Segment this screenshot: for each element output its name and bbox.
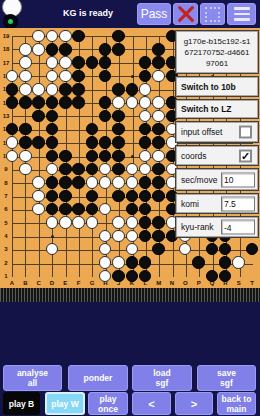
intersection-C9[interactable]: [32, 163, 45, 176]
intersection-B3[interactable]: [19, 243, 32, 256]
intersection-A4[interactable]: [5, 229, 18, 242]
intersection-L6[interactable]: [139, 203, 152, 216]
intersection-G8[interactable]: [85, 176, 98, 189]
intersection-K15[interactable]: [125, 83, 138, 96]
intersection-A5[interactable]: [5, 216, 18, 229]
intersection-M8[interactable]: [152, 176, 165, 189]
intersection-K10[interactable]: [125, 149, 138, 162]
intersection-H16[interactable]: [99, 69, 112, 82]
intersection-H2[interactable]: [99, 256, 112, 269]
intersection-D9[interactable]: [45, 163, 58, 176]
intersection-B12[interactable]: [19, 123, 32, 136]
intersection-L2[interactable]: [139, 256, 152, 269]
intersection-B15[interactable]: [19, 83, 32, 96]
intersection-C3[interactable]: [32, 243, 45, 256]
intersection-L19[interactable]: [139, 29, 152, 42]
white-stone: [46, 216, 58, 228]
intersection-H8[interactable]: [99, 176, 112, 189]
intersection-M12[interactable]: [152, 123, 165, 136]
intersection-G15[interactable]: [85, 83, 98, 96]
intersection-J1[interactable]: [112, 269, 125, 282]
intersection-G10[interactable]: [85, 149, 98, 162]
intersection-B4[interactable]: [19, 229, 32, 242]
marquee-dotted-square-icon: [205, 7, 220, 22]
intersection-J14[interactable]: [112, 96, 125, 109]
white-stone: [19, 163, 31, 175]
intersection-E11[interactable]: [59, 136, 72, 149]
intersection-F12[interactable]: [72, 123, 85, 136]
intersection-K17[interactable]: [125, 56, 138, 69]
intersection-L17[interactable]: [139, 56, 152, 69]
intersection-F15[interactable]: [72, 83, 85, 96]
intersection-D10[interactable]: [45, 149, 58, 162]
intersection-C5[interactable]: [32, 216, 45, 229]
intersection-E4[interactable]: [59, 229, 72, 242]
intersection-H15[interactable]: [99, 83, 112, 96]
intersection-M5[interactable]: [152, 216, 165, 229]
intersection-K2[interactable]: [125, 256, 138, 269]
intersection-J17[interactable]: [112, 56, 125, 69]
intersection-L13[interactable]: [139, 109, 152, 122]
intersection-A1[interactable]: [5, 269, 18, 282]
intersection-C12[interactable]: [32, 123, 45, 136]
intersection-C15[interactable]: [32, 83, 45, 96]
intersection-E13[interactable]: [59, 109, 72, 122]
intersection-M10[interactable]: [152, 149, 165, 162]
intersection-N3[interactable]: [165, 243, 178, 256]
intersection-M16[interactable]: [152, 69, 165, 82]
intersection-B1[interactable]: [19, 269, 32, 282]
black-stone: [59, 203, 71, 215]
intersection-K16[interactable]: [125, 69, 138, 82]
black-stone: [72, 96, 84, 108]
intersection-L15[interactable]: [139, 83, 152, 96]
intersection-F14[interactable]: [72, 96, 85, 109]
clear-board-button[interactable]: [173, 3, 198, 25]
intersection-J10[interactable]: [112, 149, 125, 162]
intersection-F8[interactable]: [72, 176, 85, 189]
intersection-D1[interactable]: [45, 269, 58, 282]
white-stone: [152, 150, 164, 162]
intersection-E19[interactable]: [59, 29, 72, 42]
black-stone: [139, 230, 151, 242]
intersection-A15[interactable]: [5, 83, 18, 96]
intersection-A19[interactable]: [5, 29, 18, 42]
intersection-Q2[interactable]: [205, 256, 218, 269]
intersection-J2[interactable]: [112, 256, 125, 269]
intersection-D7[interactable]: [45, 189, 58, 202]
intersection-D12[interactable]: [45, 123, 58, 136]
intersection-A13[interactable]: [5, 109, 18, 122]
intersection-M1[interactable]: [152, 269, 165, 282]
intersection-K3[interactable]: [125, 243, 138, 256]
intersection-F4[interactable]: [72, 229, 85, 242]
select-region-button[interactable]: [200, 3, 225, 25]
intersection-F2[interactable]: [72, 256, 85, 269]
sec-move-label: sec/move: [181, 175, 217, 185]
intersection-B14[interactable]: [19, 96, 32, 109]
intersection-E10[interactable]: [59, 149, 72, 162]
intersection-G14[interactable]: [85, 96, 98, 109]
intersection-M19[interactable]: [152, 29, 165, 42]
intersection-B11[interactable]: [19, 136, 32, 149]
intersection-J11[interactable]: [112, 136, 125, 149]
intersection-H13[interactable]: [99, 109, 112, 122]
save-sgf-button[interactable]: save sgf: [197, 365, 256, 391]
intersection-L3[interactable]: [139, 243, 152, 256]
intersection-K9[interactable]: [125, 163, 138, 176]
intersection-S3[interactable]: [232, 243, 245, 256]
intersection-M6[interactable]: [152, 203, 165, 216]
intersection-H7[interactable]: [99, 189, 112, 202]
intersection-B5[interactable]: [19, 216, 32, 229]
intersection-M15[interactable]: [152, 83, 165, 96]
intersection-C4[interactable]: [32, 229, 45, 242]
intersection-J16[interactable]: [112, 69, 125, 82]
coords-label: coords: [181, 151, 207, 161]
intersection-O3[interactable]: [179, 243, 192, 256]
intersection-E3[interactable]: [59, 243, 72, 256]
intersection-A12[interactable]: [5, 123, 18, 136]
intersection-K12[interactable]: [125, 123, 138, 136]
black-stone: [46, 203, 58, 215]
intersection-E15[interactable]: [59, 83, 72, 96]
intersection-G7[interactable]: [85, 189, 98, 202]
intersection-A11[interactable]: [5, 136, 18, 149]
intersection-B13[interactable]: [19, 109, 32, 122]
komi-input[interactable]: [221, 196, 255, 211]
coords-checkbox[interactable]: ✓: [239, 149, 252, 162]
intersection-K4[interactable]: [125, 229, 138, 242]
intersection-N2[interactable]: [165, 256, 178, 269]
intersection-E8[interactable]: [59, 176, 72, 189]
intersection-J8[interactable]: [112, 176, 125, 189]
intersection-J15[interactable]: [112, 83, 125, 96]
back-to-main-button[interactable]: back to main: [217, 392, 256, 415]
intersection-L7[interactable]: [139, 189, 152, 202]
intersection-E6[interactable]: [59, 203, 72, 216]
black-stone: [99, 43, 111, 55]
intersection-G3[interactable]: [85, 243, 98, 256]
intersection-J5[interactable]: [112, 216, 125, 229]
black-stone: [6, 123, 18, 135]
intersection-C17[interactable]: [32, 56, 45, 69]
intersection-C10[interactable]: [32, 149, 45, 162]
intersection-H17[interactable]: [99, 56, 112, 69]
intersection-F3[interactable]: [72, 243, 85, 256]
intersection-A7[interactable]: [5, 189, 18, 202]
intersection-A2[interactable]: [5, 256, 18, 269]
intersection-J9[interactable]: [112, 163, 125, 176]
intersection-A14[interactable]: [5, 96, 18, 109]
intersection-C14[interactable]: [32, 96, 45, 109]
intersection-B18[interactable]: [19, 43, 32, 56]
intersection-K8[interactable]: [125, 176, 138, 189]
intersection-H19[interactable]: [99, 29, 112, 42]
intersection-K19[interactable]: [125, 29, 138, 42]
intersection-L14[interactable]: [139, 96, 152, 109]
intersection-M3[interactable]: [152, 243, 165, 256]
intersection-K14[interactable]: [125, 96, 138, 109]
intersection-H4[interactable]: [99, 229, 112, 242]
intersection-S2[interactable]: [232, 256, 245, 269]
intersection-E12[interactable]: [59, 123, 72, 136]
intersection-D18[interactable]: [45, 43, 58, 56]
intersection-Q3[interactable]: [205, 243, 218, 256]
black-stone: [152, 190, 164, 202]
black-stone: [219, 243, 231, 255]
intersection-F19[interactable]: [72, 29, 85, 42]
intersection-E16[interactable]: [59, 69, 72, 82]
intersection-A17[interactable]: [5, 56, 18, 69]
white-stone: [99, 203, 111, 215]
intersection-E14[interactable]: [59, 96, 72, 109]
intersection-C11[interactable]: [32, 136, 45, 149]
intersection-D4[interactable]: [45, 229, 58, 242]
intersection-M9[interactable]: [152, 163, 165, 176]
intersection-D14[interactable]: [45, 96, 58, 109]
intersection-A10[interactable]: [5, 149, 18, 162]
intersection-F7[interactable]: [72, 189, 85, 202]
intersection-G9[interactable]: [85, 163, 98, 176]
switch-to-lz-button[interactable]: Switch to LZ: [175, 99, 259, 119]
analyse-all-button[interactable]: analyse all: [3, 365, 62, 391]
intersection-H6[interactable]: [99, 203, 112, 216]
intersection-G13[interactable]: [85, 109, 98, 122]
intersection-P3[interactable]: [192, 243, 205, 256]
white-stone: [59, 70, 71, 82]
previous-move-button[interactable]: <: [132, 392, 171, 415]
intersection-K6[interactable]: [125, 203, 138, 216]
intersection-F11[interactable]: [72, 136, 85, 149]
intersection-D6[interactable]: [45, 203, 58, 216]
intersection-M13[interactable]: [152, 109, 165, 122]
intersection-D11[interactable]: [45, 136, 58, 149]
intersection-L9[interactable]: [139, 163, 152, 176]
intersection-F9[interactable]: [72, 163, 85, 176]
intersection-D8[interactable]: [45, 176, 58, 189]
intersection-E1[interactable]: [59, 269, 72, 282]
intersection-C18[interactable]: [32, 43, 45, 56]
intersection-G18[interactable]: [85, 43, 98, 56]
switch-to-10b-button[interactable]: Switch to 10b: [175, 76, 259, 97]
intersection-G4[interactable]: [85, 229, 98, 242]
intersection-K13[interactable]: [125, 109, 138, 122]
intersection-F1[interactable]: [72, 269, 85, 282]
red-x-icon: [177, 5, 195, 23]
ponder-button[interactable]: ponder: [68, 365, 128, 391]
input-offset-checkbox[interactable]: [239, 126, 252, 139]
white-stone: [126, 243, 138, 255]
intersection-G5[interactable]: [85, 216, 98, 229]
black-stone: [19, 136, 31, 148]
white-stone: [32, 83, 44, 95]
intersection-M11[interactable]: [152, 136, 165, 149]
sec-move-row: sec/move: [175, 168, 259, 191]
input-offset-row: input offset: [175, 121, 259, 143]
intersection-J6[interactable]: [112, 203, 125, 216]
intersection-E18[interactable]: [59, 43, 72, 56]
intersection-L12[interactable]: [139, 123, 152, 136]
intersection-K11[interactable]: [125, 136, 138, 149]
intersection-A16[interactable]: [5, 69, 18, 82]
black-stone: [152, 230, 164, 242]
intersection-K1[interactable]: [125, 269, 138, 282]
intersection-H1[interactable]: [99, 269, 112, 282]
menu-button[interactable]: [227, 3, 256, 25]
white-stone: [19, 56, 31, 68]
intersection-G11[interactable]: [85, 136, 98, 149]
intersection-B16[interactable]: [19, 69, 32, 82]
intersection-F10[interactable]: [72, 149, 85, 162]
intersection-H5[interactable]: [99, 216, 112, 229]
intersection-C19[interactable]: [32, 29, 45, 42]
intersection-B2[interactable]: [19, 256, 32, 269]
black-stone: [86, 150, 98, 162]
white-stone: [19, 83, 31, 95]
intersection-Q1[interactable]: [205, 269, 218, 282]
intersection-H18[interactable]: [99, 43, 112, 56]
intersection-E9[interactable]: [59, 163, 72, 176]
intersection-D2[interactable]: [45, 256, 58, 269]
play-black-button[interactable]: play B: [3, 392, 40, 415]
intersection-B19[interactable]: [19, 29, 32, 42]
intersection-O1[interactable]: [179, 269, 192, 282]
intersection-P2[interactable]: [192, 256, 205, 269]
intersection-M14[interactable]: [152, 96, 165, 109]
intersection-A9[interactable]: [5, 163, 18, 176]
intersection-D5[interactable]: [45, 216, 58, 229]
intersection-L5[interactable]: [139, 216, 152, 229]
intersection-C6[interactable]: [32, 203, 45, 216]
intersection-L1[interactable]: [139, 269, 152, 282]
intersection-F5[interactable]: [72, 216, 85, 229]
intersection-E2[interactable]: [59, 256, 72, 269]
intersection-A6[interactable]: [5, 203, 18, 216]
intersection-G2[interactable]: [85, 256, 98, 269]
intersection-T2[interactable]: [245, 256, 258, 269]
intersection-G19[interactable]: [85, 29, 98, 42]
intersection-E7[interactable]: [59, 189, 72, 202]
intersection-L10[interactable]: [139, 149, 152, 162]
intersection-B8[interactable]: [19, 176, 32, 189]
white-stone: [126, 96, 138, 108]
intersection-B9[interactable]: [19, 163, 32, 176]
intersection-H12[interactable]: [99, 123, 112, 136]
intersection-D15[interactable]: [45, 83, 58, 96]
intersection-P1[interactable]: [192, 269, 205, 282]
intersection-H11[interactable]: [99, 136, 112, 149]
intersection-J19[interactable]: [112, 29, 125, 42]
intersection-O2[interactable]: [179, 256, 192, 269]
intersection-M2[interactable]: [152, 256, 165, 269]
kyu-rank-input[interactable]: [221, 220, 255, 235]
intersection-T1[interactable]: [245, 269, 258, 282]
intersection-J7[interactable]: [112, 189, 125, 202]
intersection-B10[interactable]: [19, 149, 32, 162]
intersection-H3[interactable]: [99, 243, 112, 256]
intersection-J3[interactable]: [112, 243, 125, 256]
intersection-C8[interactable]: [32, 176, 45, 189]
intersection-C1[interactable]: [32, 269, 45, 282]
intersection-J4[interactable]: [112, 229, 125, 242]
intersection-J13[interactable]: [112, 109, 125, 122]
intersection-C7[interactable]: [32, 189, 45, 202]
intersection-D13[interactable]: [45, 109, 58, 122]
intersection-M17[interactable]: [152, 56, 165, 69]
intersection-C16[interactable]: [32, 69, 45, 82]
intersection-G1[interactable]: [85, 269, 98, 282]
intersection-E17[interactable]: [59, 56, 72, 69]
intersection-H9[interactable]: [99, 163, 112, 176]
intersection-A18[interactable]: [5, 43, 18, 56]
intersection-G12[interactable]: [85, 123, 98, 136]
intersection-F6[interactable]: [72, 203, 85, 216]
intersection-B6[interactable]: [19, 203, 32, 216]
intersection-F17[interactable]: [72, 56, 85, 69]
intersection-H14[interactable]: [99, 96, 112, 109]
intersection-D17[interactable]: [45, 56, 58, 69]
intersection-S1[interactable]: [232, 269, 245, 282]
intersection-R2[interactable]: [219, 256, 232, 269]
intersection-N1[interactable]: [165, 269, 178, 282]
intersection-B17[interactable]: [19, 56, 32, 69]
intersection-F13[interactable]: [72, 109, 85, 122]
intersection-C13[interactable]: [32, 109, 45, 122]
play-white-button-selected[interactable]: play W: [45, 392, 85, 415]
intersection-F16[interactable]: [72, 69, 85, 82]
intersection-G6[interactable]: [85, 203, 98, 216]
intersection-L16[interactable]: [139, 69, 152, 82]
intersection-K7[interactable]: [125, 189, 138, 202]
intersection-R3[interactable]: [219, 243, 232, 256]
load-sgf-button[interactable]: load sgf: [132, 365, 192, 391]
intersection-M7[interactable]: [152, 189, 165, 202]
intersection-E5[interactable]: [59, 216, 72, 229]
next-move-button[interactable]: >: [175, 392, 213, 415]
pass-button[interactable]: Pass: [137, 3, 171, 25]
intersection-L18[interactable]: [139, 43, 152, 56]
intersection-A8[interactable]: [5, 176, 18, 189]
intersection-H10[interactable]: [99, 149, 112, 162]
intersection-M18[interactable]: [152, 43, 165, 56]
intersection-G16[interactable]: [85, 69, 98, 82]
intersection-D16[interactable]: [45, 69, 58, 82]
intersection-F18[interactable]: [72, 43, 85, 56]
intersection-G17[interactable]: [85, 56, 98, 69]
white-stone: [46, 70, 58, 82]
intersection-K18[interactable]: [125, 43, 138, 56]
intersection-J12[interactable]: [112, 123, 125, 136]
intersection-A3[interactable]: [5, 243, 18, 256]
intersection-C2[interactable]: [32, 256, 45, 269]
white-stone: [126, 230, 138, 242]
intersection-K5[interactable]: [125, 216, 138, 229]
play-once-button[interactable]: play once: [88, 392, 128, 415]
intersection-L8[interactable]: [139, 176, 152, 189]
intersection-D3[interactable]: [45, 243, 58, 256]
sec-move-input[interactable]: [221, 172, 255, 187]
intersection-D19[interactable]: [45, 29, 58, 42]
intersection-M4[interactable]: [152, 229, 165, 242]
black-stone: [112, 270, 124, 282]
intersection-J18[interactable]: [112, 43, 125, 56]
intersection-L11[interactable]: [139, 136, 152, 149]
intersection-R1[interactable]: [219, 269, 232, 282]
intersection-L4[interactable]: [139, 229, 152, 242]
intersection-T3[interactable]: [245, 243, 258, 256]
intersection-B7[interactable]: [19, 189, 32, 202]
